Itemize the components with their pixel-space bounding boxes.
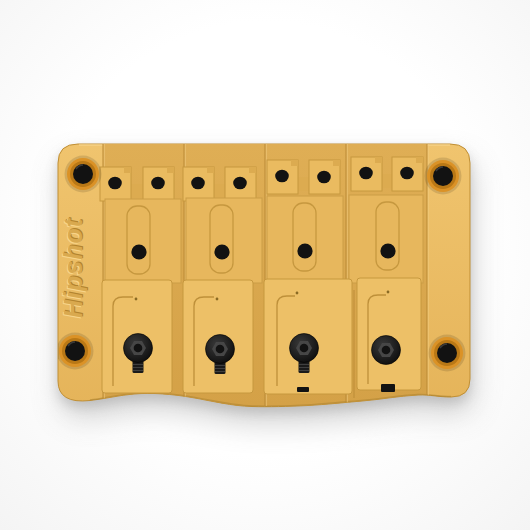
tab-bridge-1 bbox=[130, 184, 143, 198]
tab-bridge-3 bbox=[297, 177, 310, 191]
string-anchor-tab-1 bbox=[100, 167, 131, 201]
bridge-illustration: Hipshot Hipshot Hipshot bbox=[0, 0, 530, 530]
string-anchor-tab-3 bbox=[183, 167, 214, 201]
mounting-hole-bottom-left bbox=[57, 333, 94, 370]
socket-center-1 bbox=[134, 344, 143, 353]
mounting-hole-top-left bbox=[65, 156, 102, 193]
socket-center-2 bbox=[216, 345, 225, 354]
saddle-1 bbox=[102, 280, 172, 393]
through-hole-4 bbox=[380, 243, 395, 258]
saddle-pin-2 bbox=[216, 298, 219, 301]
through-hole-2 bbox=[214, 244, 229, 259]
string-hole-8 bbox=[400, 167, 414, 180]
saddle-pin-3 bbox=[296, 292, 299, 295]
string-hole-5 bbox=[275, 170, 289, 183]
through-hole-1 bbox=[131, 244, 146, 259]
saddle-2 bbox=[183, 280, 253, 393]
set-screw-slot-4 bbox=[381, 384, 395, 392]
product-photo: Hipshot Hipshot Hipshot bbox=[0, 0, 530, 530]
intonation-screw-4 bbox=[372, 336, 401, 365]
mounting-hole-top-right bbox=[425, 158, 462, 195]
saddle-pin-1 bbox=[135, 298, 138, 301]
base-plate-3 bbox=[267, 196, 343, 283]
logo-text: Hipshot bbox=[59, 217, 87, 318]
string-anchor-tab-2 bbox=[143, 167, 174, 201]
string-hole-3 bbox=[191, 177, 205, 190]
saddle-3 bbox=[264, 279, 352, 394]
string-anchor-tab-5 bbox=[267, 160, 298, 194]
set-screw-slot-3 bbox=[297, 387, 309, 392]
hipshot-logo: Hipshot Hipshot Hipshot bbox=[58, 216, 88, 319]
string-hole-6 bbox=[317, 171, 331, 184]
saddle-4 bbox=[357, 278, 421, 392]
base-plate-2 bbox=[186, 198, 262, 283]
socket-center-3 bbox=[300, 344, 309, 353]
saddle-pin-4 bbox=[387, 291, 390, 294]
string-anchor-tab-7 bbox=[351, 157, 382, 191]
mounting-hole-bottom-right bbox=[429, 335, 466, 372]
base-plate-1 bbox=[105, 199, 181, 283]
string-hole-4 bbox=[233, 177, 247, 190]
socket-center-4 bbox=[382, 346, 391, 355]
string-anchor-tab-6 bbox=[309, 160, 340, 194]
through-hole-3 bbox=[297, 243, 312, 258]
string-hole-1 bbox=[108, 177, 122, 190]
string-hole-2 bbox=[151, 177, 165, 190]
base-plate-4 bbox=[349, 195, 423, 283]
string-anchor-tab-8 bbox=[392, 157, 423, 191]
string-hole-7 bbox=[359, 167, 373, 180]
string-anchor-tab-4 bbox=[225, 167, 256, 201]
